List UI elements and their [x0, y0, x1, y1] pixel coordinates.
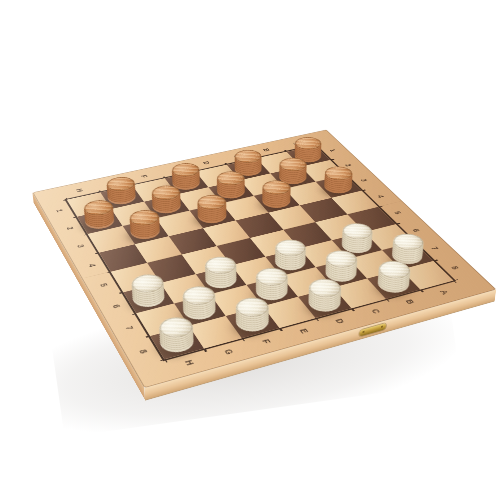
square-b8[interactable]: [367, 269, 420, 298]
piece-white[interactable]: [128, 286, 168, 310]
piece-dark[interactable]: [82, 211, 118, 231]
piece-white[interactable]: [155, 329, 198, 356]
piece-dark[interactable]: [127, 221, 164, 242]
piece-white[interactable]: [303, 290, 345, 315]
scene: HGFEDCBA HGFEDCBA 12345678 12345678: [0, 0, 500, 500]
piece-white[interactable]: [231, 309, 274, 335]
